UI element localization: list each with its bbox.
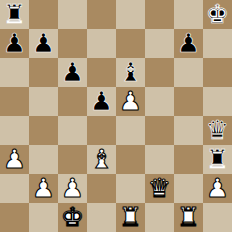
white-pawn[interactable]: ♟ bbox=[119, 88, 142, 114]
square-f8[interactable] bbox=[145, 0, 174, 29]
black-rook[interactable]: ♜ bbox=[3, 1, 26, 27]
white-rook[interactable]: ♜ bbox=[177, 204, 200, 230]
white-pawn[interactable]: ♟ bbox=[61, 175, 84, 201]
black-rook[interactable]: ♜ bbox=[206, 146, 229, 172]
square-f5[interactable] bbox=[145, 87, 174, 116]
white-pawn[interactable]: ♟ bbox=[206, 175, 229, 201]
square-e5[interactable]: ♟ bbox=[116, 87, 145, 116]
square-a4[interactable] bbox=[0, 116, 29, 145]
square-d4[interactable] bbox=[87, 116, 116, 145]
black-queen[interactable]: ♛ bbox=[206, 117, 229, 143]
chess-board: ♜♚♟♟♟♟♝♟♟♛♟♝♜♟♟♛♟♚♜♜ bbox=[0, 0, 232, 232]
square-h8[interactable]: ♚ bbox=[203, 0, 232, 29]
square-b1[interactable] bbox=[29, 203, 58, 232]
square-a2[interactable] bbox=[0, 174, 29, 203]
square-g1[interactable]: ♜ bbox=[174, 203, 203, 232]
square-c2[interactable]: ♟ bbox=[58, 174, 87, 203]
black-pawn[interactable]: ♟ bbox=[90, 88, 113, 114]
square-a8[interactable]: ♜ bbox=[0, 0, 29, 29]
black-pawn[interactable]: ♟ bbox=[32, 30, 55, 56]
square-b3[interactable] bbox=[29, 145, 58, 174]
square-a1[interactable] bbox=[0, 203, 29, 232]
square-e1[interactable]: ♜ bbox=[116, 203, 145, 232]
square-b7[interactable]: ♟ bbox=[29, 29, 58, 58]
black-pawn[interactable]: ♟ bbox=[177, 30, 200, 56]
white-king[interactable]: ♚ bbox=[61, 204, 84, 230]
square-b5[interactable] bbox=[29, 87, 58, 116]
square-d7[interactable] bbox=[87, 29, 116, 58]
square-e3[interactable] bbox=[116, 145, 145, 174]
square-h1[interactable] bbox=[203, 203, 232, 232]
square-g2[interactable] bbox=[174, 174, 203, 203]
square-f4[interactable] bbox=[145, 116, 174, 145]
square-c8[interactable] bbox=[58, 0, 87, 29]
square-b2[interactable]: ♟ bbox=[29, 174, 58, 203]
square-e6[interactable]: ♝ bbox=[116, 58, 145, 87]
black-pawn[interactable]: ♟ bbox=[3, 30, 26, 56]
square-c5[interactable] bbox=[58, 87, 87, 116]
square-c6[interactable]: ♟ bbox=[58, 58, 87, 87]
square-a6[interactable] bbox=[0, 58, 29, 87]
square-e4[interactable] bbox=[116, 116, 145, 145]
square-g5[interactable] bbox=[174, 87, 203, 116]
white-queen[interactable]: ♛ bbox=[148, 175, 171, 201]
white-bishop[interactable]: ♝ bbox=[90, 146, 113, 172]
square-c4[interactable] bbox=[58, 116, 87, 145]
square-a3[interactable]: ♟ bbox=[0, 145, 29, 174]
square-h6[interactable] bbox=[203, 58, 232, 87]
square-b4[interactable] bbox=[29, 116, 58, 145]
square-e2[interactable] bbox=[116, 174, 145, 203]
square-c7[interactable] bbox=[58, 29, 87, 58]
square-h3[interactable]: ♜ bbox=[203, 145, 232, 174]
square-g3[interactable] bbox=[174, 145, 203, 174]
square-f6[interactable] bbox=[145, 58, 174, 87]
square-d2[interactable] bbox=[87, 174, 116, 203]
square-e8[interactable] bbox=[116, 0, 145, 29]
square-f1[interactable] bbox=[145, 203, 174, 232]
square-c3[interactable] bbox=[58, 145, 87, 174]
black-king[interactable]: ♚ bbox=[206, 1, 229, 27]
square-d6[interactable] bbox=[87, 58, 116, 87]
square-f7[interactable] bbox=[145, 29, 174, 58]
square-h5[interactable] bbox=[203, 87, 232, 116]
square-h7[interactable] bbox=[203, 29, 232, 58]
square-g8[interactable] bbox=[174, 0, 203, 29]
square-h2[interactable]: ♟ bbox=[203, 174, 232, 203]
square-a5[interactable] bbox=[0, 87, 29, 116]
square-b8[interactable] bbox=[29, 0, 58, 29]
square-d1[interactable] bbox=[87, 203, 116, 232]
square-b6[interactable] bbox=[29, 58, 58, 87]
black-pawn[interactable]: ♟ bbox=[61, 59, 84, 85]
square-f3[interactable] bbox=[145, 145, 174, 174]
white-pawn[interactable]: ♟ bbox=[3, 146, 26, 172]
square-d5[interactable]: ♟ bbox=[87, 87, 116, 116]
square-g7[interactable]: ♟ bbox=[174, 29, 203, 58]
white-rook[interactable]: ♜ bbox=[119, 204, 142, 230]
white-pawn[interactable]: ♟ bbox=[32, 175, 55, 201]
square-c1[interactable]: ♚ bbox=[58, 203, 87, 232]
square-g4[interactable] bbox=[174, 116, 203, 145]
square-d8[interactable] bbox=[87, 0, 116, 29]
square-e7[interactable] bbox=[116, 29, 145, 58]
square-a7[interactable]: ♟ bbox=[0, 29, 29, 58]
square-g6[interactable] bbox=[174, 58, 203, 87]
square-h4[interactable]: ♛ bbox=[203, 116, 232, 145]
square-f2[interactable]: ♛ bbox=[145, 174, 174, 203]
square-d3[interactable]: ♝ bbox=[87, 145, 116, 174]
black-bishop[interactable]: ♝ bbox=[119, 59, 142, 85]
